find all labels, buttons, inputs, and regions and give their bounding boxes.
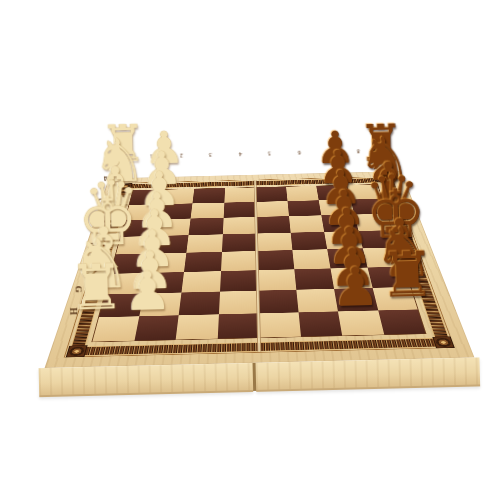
white-rook[interactable]: ♜ [68, 257, 125, 320]
square-A6[interactable] [286, 186, 319, 201]
black-pawn[interactable]: ♟ [331, 259, 380, 314]
pieces-layer: ♜♞♝♛♚♝♞♜♟♟♟♟♟♟♟♟♟♟♟♟♟♟♟♟♜♞♝♛♚♝♞♜ [0, 0, 494, 6]
black-rook[interactable]: ♜ [379, 244, 436, 307]
square-D5[interactable] [256, 232, 292, 250]
square-H4[interactable] [217, 313, 259, 339]
box-hinge-gap [253, 363, 257, 391]
ornament-rosette [432, 336, 454, 348]
square-B4[interactable] [223, 202, 256, 218]
wood-grain [39, 363, 254, 395]
square-F3[interactable] [181, 271, 220, 293]
square-C4[interactable] [222, 217, 256, 234]
square-E3[interactable] [184, 252, 222, 272]
square-G5[interactable] [258, 290, 298, 313]
wood-grain [256, 357, 481, 389]
square-B5[interactable] [256, 201, 289, 217]
square-A5[interactable] [255, 187, 287, 202]
square-A4[interactable] [224, 187, 256, 202]
rank-label-6: 6 [297, 150, 300, 156]
coordinate-labels: ABCDEFGH12345678 [0, 0, 494, 6]
square-D6[interactable] [290, 232, 327, 250]
chess-set-product-photo: ABCDEFGH12345678 ♜♞♝♛♚♝♞♜♟♟♟♟♟♟♟♟♟♟♟♟♟♟♟… [0, 0, 500, 500]
square-C3[interactable] [189, 218, 224, 235]
box-front-right [256, 357, 481, 391]
square-G3[interactable] [179, 292, 220, 315]
box-front-left [39, 363, 254, 397]
square-D3[interactable] [186, 234, 222, 253]
square-F5[interactable] [257, 269, 296, 291]
square-D4[interactable] [222, 233, 257, 251]
rank-label-4: 4 [238, 151, 241, 157]
board-tilt-layer: ABCDEFGH12345678 ♜♞♝♛♚♝♞♜♟♟♟♟♟♟♟♟♟♟♟♟♟♟♟… [0, 0, 500, 500]
square-E4[interactable] [221, 251, 258, 271]
square-H5[interactable] [258, 312, 300, 337]
square-F4[interactable] [220, 270, 258, 292]
square-G4[interactable] [218, 291, 258, 314]
square-B3[interactable] [191, 202, 224, 218]
rank-label-5: 5 [268, 150, 271, 156]
square-A3[interactable] [192, 188, 224, 203]
square-H3[interactable] [176, 314, 219, 340]
rank-label-3: 3 [209, 152, 212, 158]
square-H8[interactable] [378, 309, 426, 334]
square-C5[interactable] [256, 216, 290, 233]
ornament-rosette [66, 345, 88, 357]
square-E5[interactable] [257, 250, 294, 270]
white-pawn[interactable]: ♟ [123, 264, 172, 319]
square-B6[interactable] [287, 200, 321, 216]
square-C6[interactable] [289, 215, 325, 232]
